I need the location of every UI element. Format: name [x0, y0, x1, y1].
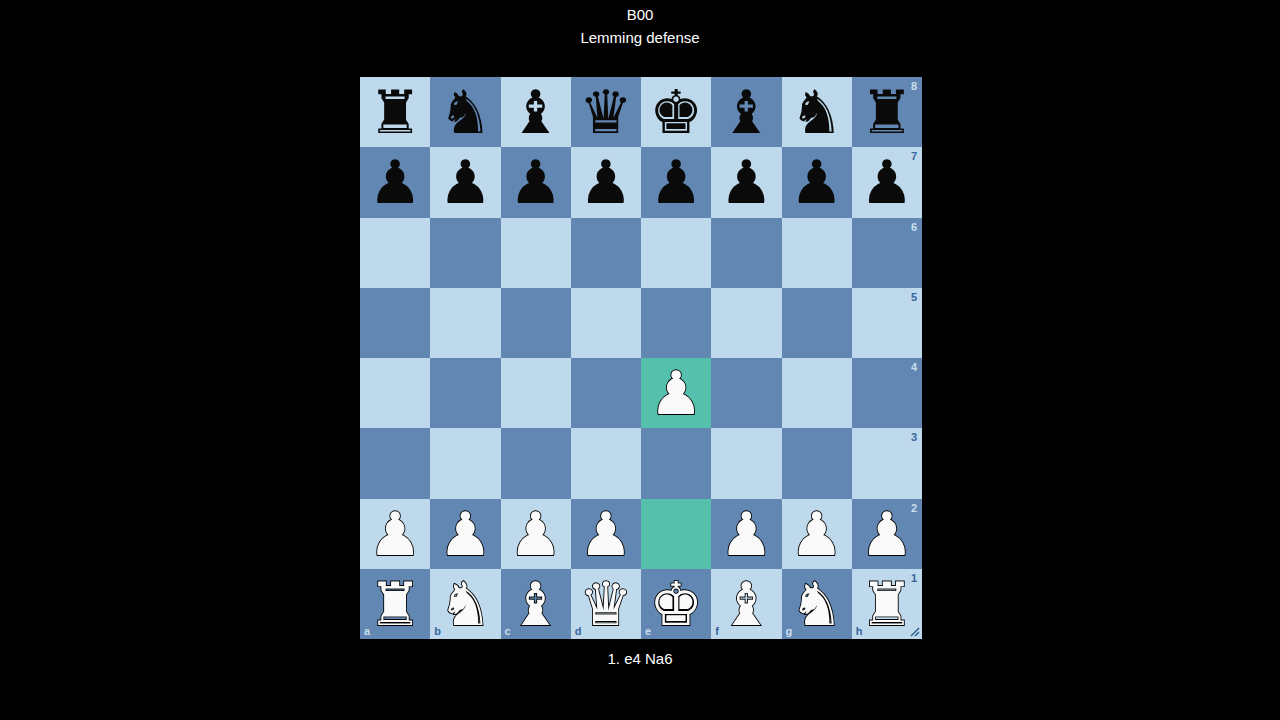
square-e8[interactable]: ♚︎: [641, 77, 711, 147]
piece-black-pawn[interactable]: ♟︎: [641, 147, 711, 217]
piece-white-pawn[interactable]: ♟︎: [430, 499, 500, 569]
piece-white-pawn[interactable]: ♟︎: [501, 499, 571, 569]
piece-black-pawn[interactable]: ♟︎: [782, 147, 852, 217]
board-resize-handle[interactable]: [908, 625, 920, 637]
square-d4[interactable]: [571, 358, 641, 428]
square-h6[interactable]: 6: [852, 218, 922, 288]
square-e4[interactable]: ♟︎: [641, 358, 711, 428]
square-c8[interactable]: ♝︎: [501, 77, 571, 147]
square-c7[interactable]: ♟︎: [501, 147, 571, 217]
piece-white-queen[interactable]: ♛︎: [571, 569, 641, 639]
square-b2[interactable]: ♟︎: [430, 499, 500, 569]
square-d5[interactable]: [571, 288, 641, 358]
piece-black-bishop[interactable]: ♝︎: [711, 77, 781, 147]
square-g7[interactable]: ♟︎: [782, 147, 852, 217]
square-d1[interactable]: d♛︎: [571, 569, 641, 639]
square-e3[interactable]: [641, 428, 711, 498]
square-g8[interactable]: ♞︎: [782, 77, 852, 147]
square-e2[interactable]: [641, 499, 711, 569]
square-b3[interactable]: [430, 428, 500, 498]
square-b4[interactable]: [430, 358, 500, 428]
square-b1[interactable]: b♞︎: [430, 569, 500, 639]
piece-black-knight[interactable]: ♞︎: [782, 77, 852, 147]
square-b8[interactable]: ♞︎: [430, 77, 500, 147]
square-f2[interactable]: ♟︎: [711, 499, 781, 569]
square-d2[interactable]: ♟︎: [571, 499, 641, 569]
square-b5[interactable]: [430, 288, 500, 358]
piece-white-knight[interactable]: ♞︎: [430, 569, 500, 639]
square-a4[interactable]: [360, 358, 430, 428]
square-d7[interactable]: ♟︎: [571, 147, 641, 217]
square-c5[interactable]: [501, 288, 571, 358]
piece-black-rook[interactable]: ♜︎: [852, 77, 922, 147]
opening-header: B00 Lemming defense: [0, 5, 1280, 48]
piece-white-pawn[interactable]: ♟︎: [360, 499, 430, 569]
piece-black-rook[interactable]: ♜︎: [360, 77, 430, 147]
piece-white-rook[interactable]: ♜︎: [360, 569, 430, 639]
square-d6[interactable]: [571, 218, 641, 288]
piece-black-pawn[interactable]: ♟︎: [501, 147, 571, 217]
piece-white-pawn[interactable]: ♟︎: [711, 499, 781, 569]
square-c6[interactable]: [501, 218, 571, 288]
square-f8[interactable]: ♝︎: [711, 77, 781, 147]
piece-white-bishop[interactable]: ♝︎: [501, 569, 571, 639]
piece-white-king[interactable]: ♚︎: [641, 569, 711, 639]
rank-label-5: 5: [911, 291, 917, 303]
square-c3[interactable]: [501, 428, 571, 498]
square-f4[interactable]: [711, 358, 781, 428]
square-f5[interactable]: [711, 288, 781, 358]
square-c4[interactable]: [501, 358, 571, 428]
square-e1[interactable]: e♚︎: [641, 569, 711, 639]
piece-black-knight[interactable]: ♞︎: [430, 77, 500, 147]
square-f3[interactable]: [711, 428, 781, 498]
piece-black-queen[interactable]: ♛︎: [571, 77, 641, 147]
piece-black-pawn[interactable]: ♟︎: [360, 147, 430, 217]
piece-black-king[interactable]: ♚︎: [641, 77, 711, 147]
piece-black-pawn[interactable]: ♟︎: [711, 147, 781, 217]
square-a1[interactable]: a♜︎: [360, 569, 430, 639]
square-b7[interactable]: ♟︎: [430, 147, 500, 217]
eco-code: B00: [0, 5, 1280, 25]
chess-board: ♜︎♞︎♝︎♛︎♚︎♝︎♞︎8♜︎♟︎♟︎♟︎♟︎♟︎♟︎♟︎7♟︎65♟︎43…: [360, 77, 922, 639]
rank-label-6: 6: [911, 221, 917, 233]
square-a8[interactable]: ♜︎: [360, 77, 430, 147]
square-g4[interactable]: [782, 358, 852, 428]
piece-white-pawn[interactable]: ♟︎: [641, 358, 711, 428]
square-a3[interactable]: [360, 428, 430, 498]
piece-white-bishop[interactable]: ♝︎: [711, 569, 781, 639]
piece-black-pawn[interactable]: ♟︎: [571, 147, 641, 217]
square-h8[interactable]: 8♜︎: [852, 77, 922, 147]
square-e5[interactable]: [641, 288, 711, 358]
square-h4[interactable]: 4: [852, 358, 922, 428]
square-h7[interactable]: 7♟︎: [852, 147, 922, 217]
square-d3[interactable]: [571, 428, 641, 498]
square-e7[interactable]: ♟︎: [641, 147, 711, 217]
opening-name: Lemming defense: [0, 28, 1280, 48]
square-e6[interactable]: [641, 218, 711, 288]
square-h5[interactable]: 5: [852, 288, 922, 358]
piece-black-pawn[interactable]: ♟︎: [430, 147, 500, 217]
piece-white-pawn[interactable]: ♟︎: [782, 499, 852, 569]
rank-label-4: 4: [911, 361, 917, 373]
square-a5[interactable]: [360, 288, 430, 358]
piece-black-pawn[interactable]: ♟︎: [852, 147, 922, 217]
square-g2[interactable]: ♟︎: [782, 499, 852, 569]
square-g6[interactable]: [782, 218, 852, 288]
piece-white-knight[interactable]: ♞︎: [782, 569, 852, 639]
square-g3[interactable]: [782, 428, 852, 498]
square-c2[interactable]: ♟︎: [501, 499, 571, 569]
square-h2[interactable]: 2♟︎: [852, 499, 922, 569]
rank-label-3: 3: [911, 431, 917, 443]
square-f1[interactable]: f♝︎: [711, 569, 781, 639]
square-a2[interactable]: ♟︎: [360, 499, 430, 569]
square-a6[interactable]: [360, 218, 430, 288]
square-f7[interactable]: ♟︎: [711, 147, 781, 217]
square-g5[interactable]: [782, 288, 852, 358]
piece-white-pawn[interactable]: ♟︎: [852, 499, 922, 569]
square-c1[interactable]: c♝︎: [501, 569, 571, 639]
square-g1[interactable]: g♞︎: [782, 569, 852, 639]
square-a7[interactable]: ♟︎: [360, 147, 430, 217]
piece-black-bishop[interactable]: ♝︎: [501, 77, 571, 147]
square-b6[interactable]: [430, 218, 500, 288]
video-frame: B00 Lemming defense ♜︎♞︎♝︎♛︎♚︎♝︎♞︎8♜︎♟︎♟…: [0, 0, 1280, 720]
move-list: 1. e4 Na6: [0, 649, 1280, 669]
square-h3[interactable]: 3: [852, 428, 922, 498]
piece-white-pawn[interactable]: ♟︎: [571, 499, 641, 569]
square-d8[interactable]: ♛︎: [571, 77, 641, 147]
square-f6[interactable]: [711, 218, 781, 288]
